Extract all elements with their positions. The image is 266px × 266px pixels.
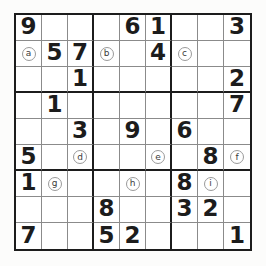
circled-letter-e: e	[151, 150, 165, 164]
cell-r7c5[interactable]: h	[120, 171, 146, 197]
cell-r2c2[interactable]: 5	[42, 41, 68, 67]
cell-r8c1[interactable]	[16, 197, 42, 223]
cell-r9c7[interactable]	[172, 223, 198, 249]
cell-r5c8[interactable]	[198, 119, 224, 145]
cell-r3c6[interactable]	[146, 67, 172, 93]
circled-letter-a: a	[22, 47, 36, 61]
given-digit: 3	[72, 119, 88, 142]
cell-r5c9[interactable]	[224, 119, 250, 145]
cell-r6c7[interactable]	[172, 145, 198, 171]
circled-letter-b: b	[100, 47, 114, 61]
cell-r7c8[interactable]: i	[198, 171, 224, 197]
cell-r9c3[interactable]	[68, 223, 94, 249]
circled-letter-f: f	[230, 150, 244, 164]
cell-r1c7[interactable]	[172, 15, 198, 41]
cell-r6c9[interactable]: f	[224, 145, 250, 171]
given-digit: 4	[150, 41, 166, 64]
cell-r3c5[interactable]	[120, 67, 146, 93]
circled-letter-h: h	[126, 177, 140, 191]
cell-r2c1[interactable]: a	[16, 41, 42, 67]
cell-r4c5[interactable]	[120, 93, 146, 119]
circled-letter-d: d	[73, 150, 87, 164]
cell-r7c1[interactable]: 1	[16, 171, 42, 197]
cell-r1c3[interactable]	[68, 15, 94, 41]
cell-r9c9[interactable]: 1	[224, 223, 250, 249]
cell-r6c5[interactable]	[120, 145, 146, 171]
cell-r4c1[interactable]	[16, 93, 42, 119]
cell-r6c4[interactable]	[94, 145, 120, 171]
given-digit: 8	[202, 145, 218, 168]
cell-r3c8[interactable]	[198, 67, 224, 93]
given-digit: 1	[229, 224, 245, 247]
cell-r1c6[interactable]: 1	[146, 15, 172, 41]
cell-r2c3[interactable]: 7	[68, 41, 94, 67]
given-digit: 9	[124, 119, 140, 142]
given-digit: 5	[98, 224, 114, 247]
cell-r9c8[interactable]	[198, 223, 224, 249]
given-digit: 1	[72, 67, 88, 90]
cell-r9c6[interactable]	[146, 223, 172, 249]
cell-r5c4[interactable]	[94, 119, 120, 145]
cell-r4c6[interactable]	[146, 93, 172, 119]
cell-r7c3[interactable]	[68, 171, 94, 197]
cell-r1c8[interactable]	[198, 15, 224, 41]
cell-r7c2[interactable]: g	[42, 171, 68, 197]
cell-r4c2[interactable]: 1	[42, 93, 68, 119]
cell-r6c3[interactable]: d	[68, 145, 94, 171]
cell-r3c1[interactable]	[16, 67, 42, 93]
cell-r6c8[interactable]: 8	[198, 145, 224, 171]
cell-r5c3[interactable]: 3	[68, 119, 94, 145]
cell-r2c4[interactable]: b	[94, 41, 120, 67]
given-digit: 9	[20, 15, 36, 38]
given-digit: 1	[46, 93, 62, 116]
given-digit: 7	[72, 41, 88, 64]
cell-r5c2[interactable]	[42, 119, 68, 145]
cell-r1c9[interactable]: 3	[224, 15, 250, 41]
cell-r7c4[interactable]	[94, 171, 120, 197]
circled-letter-g: g	[48, 177, 62, 191]
circled-letter-c: c	[178, 47, 192, 61]
cell-r2c7[interactable]: c	[172, 41, 198, 67]
given-digit: 2	[124, 224, 140, 247]
sudoku-board: 9613a57b4c12173965de8f1gh8i8327521	[14, 13, 252, 251]
cell-r5c5[interactable]: 9	[120, 119, 146, 145]
given-digit: 2	[202, 197, 218, 220]
cell-r3c7[interactable]	[172, 67, 198, 93]
cell-r7c6[interactable]	[146, 171, 172, 197]
cell-r4c3[interactable]	[68, 93, 94, 119]
given-digit: 6	[124, 15, 140, 38]
cell-r3c2[interactable]	[42, 67, 68, 93]
given-digit: 1	[20, 171, 36, 194]
cell-r2c5[interactable]	[120, 41, 146, 67]
given-digit: 7	[20, 224, 36, 247]
cell-r8c4[interactable]: 8	[94, 197, 120, 223]
cell-r9c4[interactable]: 5	[94, 223, 120, 249]
circled-letter-i: i	[204, 177, 218, 191]
cell-r3c4[interactable]	[94, 67, 120, 93]
cell-r4c9[interactable]: 7	[224, 93, 250, 119]
cell-r8c3[interactable]	[68, 197, 94, 223]
cell-r1c2[interactable]	[42, 15, 68, 41]
cell-r7c9[interactable]	[224, 171, 250, 197]
cell-r8c2[interactable]	[42, 197, 68, 223]
given-digit: 7	[229, 93, 245, 116]
cell-r9c5[interactable]: 2	[120, 223, 146, 249]
cell-r5c6[interactable]	[146, 119, 172, 145]
cell-r5c7[interactable]: 6	[172, 119, 198, 145]
given-digit: 6	[176, 119, 192, 142]
cell-r2c6[interactable]: 4	[146, 41, 172, 67]
cell-r8c5[interactable]	[120, 197, 146, 223]
cell-r5c1[interactable]	[16, 119, 42, 145]
given-digit: 3	[229, 15, 245, 38]
cell-r1c4[interactable]	[94, 15, 120, 41]
given-digit: 2	[229, 67, 245, 90]
cell-r6c2[interactable]	[42, 145, 68, 171]
cell-r8c9[interactable]	[224, 197, 250, 223]
cell-r4c4[interactable]	[94, 93, 120, 119]
cell-r8c6[interactable]	[146, 197, 172, 223]
given-digit: 5	[20, 145, 36, 168]
cell-r8c7[interactable]: 3	[172, 197, 198, 223]
cell-r6c6[interactable]: e	[146, 145, 172, 171]
cell-r8c8[interactable]: 2	[198, 197, 224, 223]
cell-r9c1[interactable]: 7	[16, 223, 42, 249]
cell-r2c9[interactable]	[224, 41, 250, 67]
cell-r6c1[interactable]: 5	[16, 145, 42, 171]
given-digit: 8	[98, 197, 114, 220]
given-digit: 8	[176, 171, 192, 194]
cell-r4c7[interactable]	[172, 93, 198, 119]
given-digit: 5	[46, 41, 62, 64]
given-digit: 3	[176, 197, 192, 220]
cell-r7c7[interactable]: 8	[172, 171, 198, 197]
cell-r9c2[interactable]	[42, 223, 68, 249]
cell-r4c8[interactable]	[198, 93, 224, 119]
given-digit: 1	[150, 15, 166, 38]
cell-r2c8[interactable]	[198, 41, 224, 67]
cell-r3c3[interactable]: 1	[68, 67, 94, 93]
cell-r1c1[interactable]: 9	[16, 15, 42, 41]
cell-r1c5[interactable]: 6	[120, 15, 146, 41]
sudoku-page: 9613a57b4c12173965de8f1gh8i8327521	[0, 0, 266, 266]
cell-r3c9[interactable]: 2	[224, 67, 250, 93]
